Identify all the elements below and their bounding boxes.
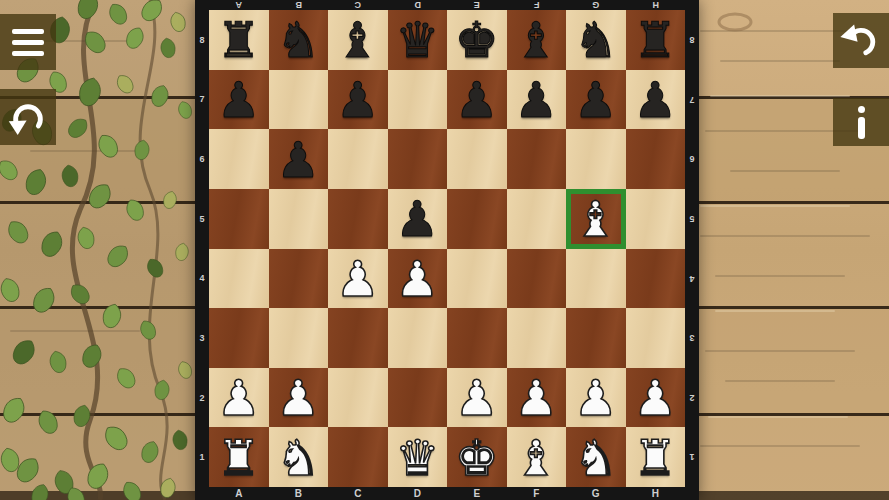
- coordinate-label: B: [269, 487, 329, 500]
- square-f3[interactable]: [507, 308, 567, 368]
- square-a8[interactable]: ♜: [209, 10, 269, 70]
- coordinate-label: 3: [195, 308, 209, 368]
- coordinate-label: 2: [195, 368, 209, 428]
- square-c1[interactable]: [328, 427, 388, 487]
- square-d6[interactable]: [388, 129, 448, 189]
- piece-black-pawn[interactable]: ♟: [574, 76, 618, 125]
- piece-black-pawn[interactable]: ♟: [276, 136, 320, 185]
- coordinate-label: 6: [195, 129, 209, 189]
- board-squares: ♜♞♝♛♚♝♞♜♟♟♟♟♟♟♟♟♝♟♟♟♟♟♟♟♟♜♞♛♚♝♞♜: [209, 10, 685, 487]
- coordinate-label: A: [209, 0, 269, 10]
- square-d1[interactable]: ♛: [388, 427, 448, 487]
- coordinate-label: 2: [685, 368, 699, 428]
- square-h1[interactable]: ♜: [626, 427, 686, 487]
- coordinate-label: 4: [685, 249, 699, 309]
- coordinate-label: A: [209, 487, 269, 500]
- piece-black-pawn[interactable]: ♟: [514, 76, 558, 125]
- piece-white-pawn[interactable]: ♟: [633, 374, 677, 423]
- piece-white-queen[interactable]: ♛: [395, 434, 439, 483]
- piece-white-rook[interactable]: ♜: [633, 434, 677, 483]
- square-e2[interactable]: ♟: [447, 368, 507, 428]
- piece-white-pawn[interactable]: ♟: [336, 255, 380, 304]
- piece-black-rook[interactable]: ♜: [217, 16, 261, 65]
- piece-white-king[interactable]: ♚: [455, 434, 499, 483]
- square-a4[interactable]: [209, 249, 269, 309]
- piece-white-bishop[interactable]: ♝: [574, 195, 618, 244]
- coordinate-label: F: [507, 0, 567, 10]
- square-a5[interactable]: [209, 189, 269, 249]
- square-b1[interactable]: ♞: [269, 427, 329, 487]
- coordinate-label: G: [566, 487, 626, 500]
- menu-button[interactable]: [0, 14, 56, 70]
- square-h5[interactable]: [626, 189, 686, 249]
- square-a1[interactable]: ♜: [209, 427, 269, 487]
- square-c2[interactable]: [328, 368, 388, 428]
- square-d2[interactable]: [388, 368, 448, 428]
- piece-black-king[interactable]: ♚: [455, 16, 499, 65]
- square-a7[interactable]: ♟: [209, 70, 269, 130]
- square-c6[interactable]: [328, 129, 388, 189]
- coordinate-label: 8: [685, 10, 699, 70]
- square-d7[interactable]: [388, 70, 448, 130]
- piece-black-pawn[interactable]: ♟: [336, 76, 380, 125]
- square-h4[interactable]: [626, 249, 686, 309]
- square-g3[interactable]: [566, 308, 626, 368]
- square-a6[interactable]: [209, 129, 269, 189]
- coordinate-label: C: [328, 487, 388, 500]
- square-g6[interactable]: [566, 129, 626, 189]
- square-f1[interactable]: ♝: [507, 427, 567, 487]
- square-h2[interactable]: ♟: [626, 368, 686, 428]
- rotate-board-icon: [6, 95, 50, 139]
- square-a3[interactable]: [209, 308, 269, 368]
- coordinate-label: E: [447, 487, 507, 500]
- square-b6[interactable]: ♟: [269, 129, 329, 189]
- square-f7[interactable]: ♟: [507, 70, 567, 130]
- square-b5[interactable]: [269, 189, 329, 249]
- coordinate-label: 1: [685, 427, 699, 487]
- coordinate-label: 6: [685, 129, 699, 189]
- coordinate-label: 7: [195, 70, 209, 130]
- square-d5[interactable]: ♟: [388, 189, 448, 249]
- coordinate-label: H: [626, 487, 686, 500]
- coordinate-label: G: [566, 0, 626, 10]
- square-c3[interactable]: [328, 308, 388, 368]
- piece-black-pawn[interactable]: ♟: [633, 76, 677, 125]
- square-f2[interactable]: ♟: [507, 368, 567, 428]
- square-g2[interactable]: ♟: [566, 368, 626, 428]
- coordinate-label: D: [388, 0, 448, 10]
- square-a2[interactable]: ♟: [209, 368, 269, 428]
- square-b2[interactable]: ♟: [269, 368, 329, 428]
- square-e5[interactable]: [447, 189, 507, 249]
- square-h8[interactable]: ♜: [626, 10, 686, 70]
- rank-labels-right: 87654321: [685, 10, 699, 487]
- chess-app-screen: { "game": "chess", "position": { "fen": …: [0, 0, 889, 500]
- undo-icon: [839, 19, 883, 63]
- coordinate-label: 1: [195, 427, 209, 487]
- info-icon: [858, 106, 865, 139]
- piece-black-bishop[interactable]: ♝: [336, 16, 380, 65]
- piece-black-knight[interactable]: ♞: [574, 16, 618, 65]
- info-button[interactable]: [833, 98, 889, 146]
- square-g7[interactable]: ♟: [566, 70, 626, 130]
- rank-labels-left: 87654321: [195, 10, 209, 487]
- coordinate-label: B: [269, 0, 329, 10]
- square-g1[interactable]: ♞: [566, 427, 626, 487]
- square-g4[interactable]: [566, 249, 626, 309]
- piece-white-pawn[interactable]: ♟: [455, 374, 499, 423]
- square-b3[interactable]: [269, 308, 329, 368]
- square-g8[interactable]: ♞: [566, 10, 626, 70]
- square-g5[interactable]: ♝: [566, 189, 626, 249]
- piece-white-pawn[interactable]: ♟: [514, 374, 558, 423]
- square-c4[interactable]: ♟: [328, 249, 388, 309]
- square-f4[interactable]: [507, 249, 567, 309]
- square-c8[interactable]: ♝: [328, 10, 388, 70]
- square-d8[interactable]: ♛: [388, 10, 448, 70]
- square-e1[interactable]: ♚: [447, 427, 507, 487]
- piece-black-bishop[interactable]: ♝: [514, 16, 558, 65]
- square-c7[interactable]: ♟: [328, 70, 388, 130]
- file-labels-top: ABCDEFGH: [209, 0, 685, 10]
- piece-white-pawn[interactable]: ♟: [574, 374, 618, 423]
- piece-black-pawn[interactable]: ♟: [455, 76, 499, 125]
- piece-white-knight[interactable]: ♞: [574, 434, 618, 483]
- coordinate-label: 4: [195, 249, 209, 309]
- piece-black-knight[interactable]: ♞: [276, 16, 320, 65]
- coordinate-label: 5: [685, 189, 699, 249]
- coordinate-label: H: [626, 0, 686, 10]
- file-labels-bottom: ABCDEFGH: [209, 487, 685, 500]
- square-h6[interactable]: [626, 129, 686, 189]
- square-e3[interactable]: [447, 308, 507, 368]
- coordinate-label: E: [447, 0, 507, 10]
- menu-icon: [12, 29, 44, 56]
- coordinate-label: D: [388, 487, 448, 500]
- coordinate-label: F: [507, 487, 567, 500]
- square-d3[interactable]: [388, 308, 448, 368]
- square-h3[interactable]: [626, 308, 686, 368]
- piece-white-bishop[interactable]: ♝: [514, 434, 558, 483]
- coordinate-label: 3: [685, 308, 699, 368]
- piece-black-rook[interactable]: ♜: [633, 16, 677, 65]
- coordinate-label: C: [328, 0, 388, 10]
- coordinate-label: 5: [195, 189, 209, 249]
- coordinate-label: 7: [685, 70, 699, 130]
- square-f6[interactable]: [507, 129, 567, 189]
- piece-black-queen[interactable]: ♛: [395, 16, 439, 65]
- square-e4[interactable]: [447, 249, 507, 309]
- piece-white-knight[interactable]: ♞: [276, 434, 320, 483]
- piece-white-pawn[interactable]: ♟: [395, 255, 439, 304]
- square-e8[interactable]: ♚: [447, 10, 507, 70]
- piece-white-pawn[interactable]: ♟: [276, 374, 320, 423]
- square-c5[interactable]: [328, 189, 388, 249]
- square-h7[interactable]: ♟: [626, 70, 686, 130]
- square-d4[interactable]: ♟: [388, 249, 448, 309]
- rotate-board-button[interactable]: [0, 89, 56, 145]
- square-e6[interactable]: [447, 129, 507, 189]
- square-b8[interactable]: ♞: [269, 10, 329, 70]
- piece-black-pawn[interactable]: ♟: [395, 195, 439, 244]
- piece-white-rook[interactable]: ♜: [217, 434, 261, 483]
- undo-button[interactable]: [833, 13, 889, 68]
- chess-board: ABCDEFGH ABCDEFGH 87654321 87654321 ♜♞♝♛…: [195, 0, 699, 500]
- coordinate-label: 8: [195, 10, 209, 70]
- square-e7[interactable]: ♟: [447, 70, 507, 130]
- square-b7[interactable]: [269, 70, 329, 130]
- square-b4[interactable]: [269, 249, 329, 309]
- piece-white-pawn[interactable]: ♟: [217, 374, 261, 423]
- square-f8[interactable]: ♝: [507, 10, 567, 70]
- square-f5[interactable]: [507, 189, 567, 249]
- piece-black-pawn[interactable]: ♟: [217, 76, 261, 125]
